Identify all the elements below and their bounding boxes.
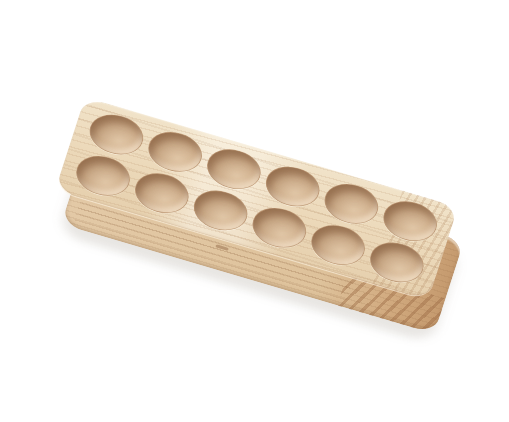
product-photo-stage <box>0 0 509 422</box>
